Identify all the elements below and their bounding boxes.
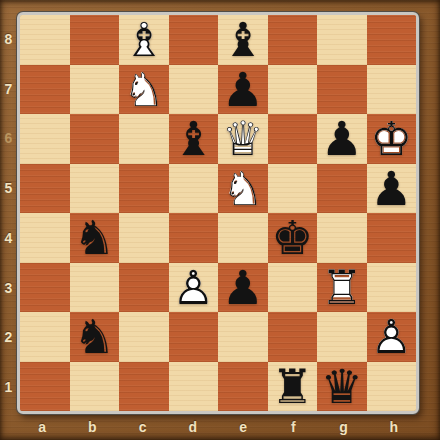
square-e5[interactable]: ♞♘ xyxy=(218,164,268,214)
wood-border: 87654321 abcdefgh ♝♗♝♞♘♟♝♛♕♟♚♔♞♘♟♞♚♟♙♟♜♖… xyxy=(0,0,440,440)
square-a6[interactable] xyxy=(20,114,70,164)
square-f2[interactable] xyxy=(268,312,318,362)
square-c1[interactable] xyxy=(119,362,169,412)
black-pawn[interactable]: ♟ xyxy=(218,263,268,313)
square-a8[interactable] xyxy=(20,15,70,65)
rank-label-5: 5 xyxy=(0,163,17,213)
square-b6[interactable] xyxy=(70,114,120,164)
file-label-c: c xyxy=(118,414,168,440)
square-e4[interactable] xyxy=(218,213,268,263)
file-label-g: g xyxy=(319,414,369,440)
square-g4[interactable] xyxy=(317,213,367,263)
board-frame: ♝♗♝♞♘♟♝♛♕♟♚♔♞♘♟♞♚♟♙♟♜♖♞♟♙♜♛ xyxy=(17,12,419,414)
square-a5[interactable] xyxy=(20,164,70,214)
black-bishop[interactable]: ♝ xyxy=(218,15,268,65)
square-d1[interactable] xyxy=(169,362,219,412)
square-c2[interactable] xyxy=(119,312,169,362)
square-b8[interactable] xyxy=(70,15,120,65)
rank-label-3: 3 xyxy=(0,263,17,313)
white-pawn[interactable]: ♟♙ xyxy=(367,312,417,362)
square-d4[interactable] xyxy=(169,213,219,263)
black-pawn[interactable]: ♟ xyxy=(317,114,367,164)
white-king[interactable]: ♚♔ xyxy=(367,114,417,164)
square-g3[interactable]: ♜♖ xyxy=(317,263,367,313)
rank-label-4: 4 xyxy=(0,213,17,263)
file-label-h: h xyxy=(369,414,419,440)
square-f8[interactable] xyxy=(268,15,318,65)
square-h3[interactable] xyxy=(367,263,417,313)
file-label-f: f xyxy=(268,414,318,440)
square-g8[interactable] xyxy=(317,15,367,65)
rank-label-6: 6 xyxy=(0,114,17,164)
square-g6[interactable]: ♟ xyxy=(317,114,367,164)
file-labels: abcdefgh xyxy=(17,414,419,440)
file-label-b: b xyxy=(67,414,117,440)
square-g7[interactable] xyxy=(317,65,367,115)
black-pawn[interactable]: ♟ xyxy=(218,65,268,115)
square-c7[interactable]: ♞♘ xyxy=(119,65,169,115)
square-h6[interactable]: ♚♔ xyxy=(367,114,417,164)
square-c3[interactable] xyxy=(119,263,169,313)
square-d7[interactable] xyxy=(169,65,219,115)
file-label-e: e xyxy=(218,414,268,440)
square-e3[interactable]: ♟ xyxy=(218,263,268,313)
square-a4[interactable] xyxy=(20,213,70,263)
rank-labels: 87654321 xyxy=(0,14,17,412)
square-b5[interactable] xyxy=(70,164,120,214)
square-h2[interactable]: ♟♙ xyxy=(367,312,417,362)
black-pawn[interactable]: ♟ xyxy=(367,164,417,214)
square-h5[interactable]: ♟ xyxy=(367,164,417,214)
square-e1[interactable] xyxy=(218,362,268,412)
black-knight[interactable]: ♞ xyxy=(70,312,120,362)
square-b3[interactable] xyxy=(70,263,120,313)
black-king[interactable]: ♚ xyxy=(268,213,318,263)
white-knight[interactable]: ♞♘ xyxy=(218,164,268,214)
square-c8[interactable]: ♝♗ xyxy=(119,15,169,65)
rank-label-7: 7 xyxy=(0,64,17,114)
square-d2[interactable] xyxy=(169,312,219,362)
black-knight[interactable]: ♞ xyxy=(70,213,120,263)
square-e6[interactable]: ♛♕ xyxy=(218,114,268,164)
square-f3[interactable] xyxy=(268,263,318,313)
square-f1[interactable]: ♜ xyxy=(268,362,318,412)
square-a7[interactable] xyxy=(20,65,70,115)
white-rook[interactable]: ♜♖ xyxy=(317,263,367,313)
rank-label-8: 8 xyxy=(0,14,17,64)
square-b4[interactable]: ♞ xyxy=(70,213,120,263)
square-h8[interactable] xyxy=(367,15,417,65)
square-g1[interactable]: ♛ xyxy=(317,362,367,412)
square-b2[interactable]: ♞ xyxy=(70,312,120,362)
square-h1[interactable] xyxy=(367,362,417,412)
rank-label-2: 2 xyxy=(0,313,17,363)
rank-label-1: 1 xyxy=(0,362,17,412)
file-label-a: a xyxy=(17,414,67,440)
square-d3[interactable]: ♟♙ xyxy=(169,263,219,313)
square-a1[interactable] xyxy=(20,362,70,412)
square-c4[interactable] xyxy=(119,213,169,263)
black-bishop[interactable]: ♝ xyxy=(169,114,219,164)
square-e8[interactable]: ♝ xyxy=(218,15,268,65)
square-h7[interactable] xyxy=(367,65,417,115)
black-queen[interactable]: ♛ xyxy=(317,362,367,412)
square-e2[interactable] xyxy=(218,312,268,362)
square-d5[interactable] xyxy=(169,164,219,214)
square-f5[interactable] xyxy=(268,164,318,214)
file-label-d: d xyxy=(168,414,218,440)
square-d6[interactable]: ♝ xyxy=(169,114,219,164)
square-d8[interactable] xyxy=(169,15,219,65)
square-e7[interactable]: ♟ xyxy=(218,65,268,115)
square-f7[interactable] xyxy=(268,65,318,115)
square-b1[interactable] xyxy=(70,362,120,412)
square-b7[interactable] xyxy=(70,65,120,115)
square-f4[interactable]: ♚ xyxy=(268,213,318,263)
square-h4[interactable] xyxy=(367,213,417,263)
square-a3[interactable] xyxy=(20,263,70,313)
white-pawn[interactable]: ♟♙ xyxy=(169,263,219,313)
square-g5[interactable] xyxy=(317,164,367,214)
square-a2[interactable] xyxy=(20,312,70,362)
white-queen[interactable]: ♛♕ xyxy=(218,114,268,164)
square-g2[interactable] xyxy=(317,312,367,362)
white-bishop[interactable]: ♝♗ xyxy=(119,15,169,65)
white-knight[interactable]: ♞♘ xyxy=(119,65,169,115)
chess-board: ♝♗♝♞♘♟♝♛♕♟♚♔♞♘♟♞♚♟♙♟♜♖♞♟♙♜♛ xyxy=(20,15,416,411)
square-c6[interactable] xyxy=(119,114,169,164)
square-c5[interactable] xyxy=(119,164,169,214)
black-rook[interactable]: ♜ xyxy=(268,362,318,412)
square-f6[interactable] xyxy=(268,114,318,164)
